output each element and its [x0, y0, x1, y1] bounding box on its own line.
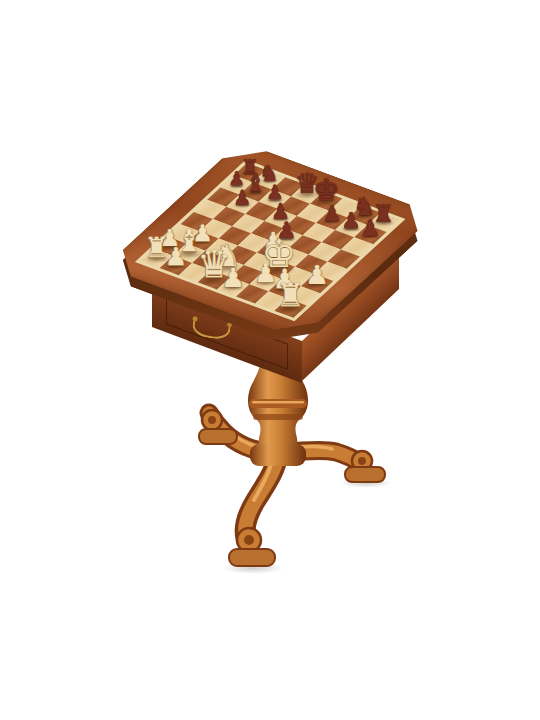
- piece-shadow: [233, 202, 252, 208]
- piece-shadow: [262, 248, 284, 255]
- chess-table-photo: ♜♞♟♝♛♟♚♟♞♟♟♜♟♟♟♟♟♟♝♜♟♞♚♛♟♟♟♟♜: [0, 0, 540, 720]
- piece-shadow: [372, 220, 395, 227]
- table-leg-front: [245, 454, 278, 538]
- piece-shadow: [322, 218, 342, 224]
- piece-shadow: [175, 250, 204, 259]
- piece-shadow: [341, 225, 362, 231]
- piece-shadow: [265, 197, 284, 203]
- piece-shadow: [261, 265, 297, 276]
- piece-shadow: [244, 190, 267, 197]
- piece-shadow: [271, 217, 291, 223]
- piece-shadow: [240, 171, 259, 177]
- piece-shadow: [275, 305, 305, 314]
- piece-shadow: [312, 198, 341, 207]
- piece-shadow: [144, 256, 170, 264]
- piece-shadow: [159, 244, 181, 251]
- piece-shadow: [164, 263, 188, 270]
